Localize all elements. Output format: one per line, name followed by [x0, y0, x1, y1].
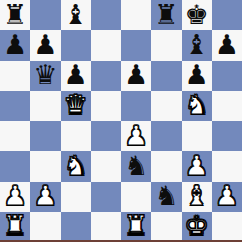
square-b4[interactable] [30, 121, 60, 151]
square-h7[interactable]: ♟ [212, 30, 242, 60]
square-e1[interactable]: ♜ [121, 212, 151, 242]
piece-black-pawn[interactable]: ♟ [64, 61, 88, 88]
square-a1[interactable]: ♜ [0, 212, 30, 242]
square-d6[interactable] [91, 61, 121, 91]
piece-black-bishop[interactable]: ♝ [64, 1, 88, 28]
piece-black-knight[interactable]: ♞ [124, 152, 148, 179]
square-c4[interactable] [61, 121, 91, 151]
square-g1[interactable]: ♚ [182, 212, 212, 242]
square-f4[interactable] [151, 121, 181, 151]
square-h2[interactable]: ♟ [212, 182, 242, 212]
piece-white-king[interactable]: ♚ [185, 212, 209, 239]
piece-black-pawn[interactable]: ♟ [124, 61, 148, 88]
piece-white-knight[interactable]: ♞ [185, 91, 209, 118]
square-b8[interactable] [30, 0, 60, 30]
square-c1[interactable] [61, 212, 91, 242]
piece-black-pawn[interactable]: ♟ [33, 31, 57, 58]
piece-white-pawn[interactable]: ♟ [3, 182, 27, 209]
square-a5[interactable] [0, 91, 30, 121]
square-d7[interactable] [91, 30, 121, 60]
square-h4[interactable] [212, 121, 242, 151]
square-a7[interactable]: ♟ [0, 30, 30, 60]
square-d8[interactable] [91, 0, 121, 30]
square-c5[interactable]: ♛ [61, 91, 91, 121]
square-c2[interactable] [61, 182, 91, 212]
piece-white-pawn[interactable]: ♟ [33, 182, 57, 209]
square-c7[interactable] [61, 30, 91, 60]
piece-white-knight[interactable]: ♞ [64, 152, 88, 179]
square-d4[interactable] [91, 121, 121, 151]
square-b6[interactable]: ♛ [30, 61, 60, 91]
piece-black-rook[interactable]: ♜ [154, 1, 178, 28]
square-d5[interactable] [91, 91, 121, 121]
square-g3[interactable]: ♟ [182, 151, 212, 181]
piece-black-rook[interactable]: ♜ [3, 1, 27, 28]
square-e7[interactable] [121, 30, 151, 60]
square-g4[interactable] [182, 121, 212, 151]
square-e5[interactable] [121, 91, 151, 121]
chess-board-wrap: ♜♝♜♚♟♟♝♟♛♟♟♟♛♞♟♞♞♟♟♟♞♝♟♜♜♚ [0, 0, 242, 242]
piece-white-rook[interactable]: ♜ [124, 212, 148, 239]
square-a8[interactable]: ♜ [0, 0, 30, 30]
square-e2[interactable] [121, 182, 151, 212]
piece-white-pawn[interactable]: ♟ [215, 182, 239, 209]
square-f8[interactable]: ♜ [151, 0, 181, 30]
square-d3[interactable] [91, 151, 121, 181]
square-a4[interactable] [0, 121, 30, 151]
square-d2[interactable] [91, 182, 121, 212]
square-e8[interactable] [121, 0, 151, 30]
square-h6[interactable] [212, 61, 242, 91]
piece-black-queen[interactable]: ♛ [33, 61, 57, 88]
chess-board: ♜♝♜♚♟♟♝♟♛♟♟♟♛♞♟♞♞♟♟♟♞♝♟♜♜♚ [0, 0, 242, 242]
piece-white-pawn[interactable]: ♟ [124, 122, 148, 149]
square-g7[interactable]: ♝ [182, 30, 212, 60]
square-c8[interactable]: ♝ [61, 0, 91, 30]
square-g8[interactable]: ♚ [182, 0, 212, 30]
square-e3[interactable]: ♞ [121, 151, 151, 181]
piece-black-pawn[interactable]: ♟ [185, 61, 209, 88]
piece-white-rook[interactable]: ♜ [3, 212, 27, 239]
square-a6[interactable] [0, 61, 30, 91]
square-h1[interactable] [212, 212, 242, 242]
square-h3[interactable] [212, 151, 242, 181]
piece-black-bishop[interactable]: ♝ [185, 31, 209, 58]
square-b3[interactable] [30, 151, 60, 181]
square-g2[interactable]: ♝ [182, 182, 212, 212]
piece-black-pawn[interactable]: ♟ [215, 31, 239, 58]
square-f2[interactable]: ♞ [151, 182, 181, 212]
square-e4[interactable]: ♟ [121, 121, 151, 151]
square-g6[interactable]: ♟ [182, 61, 212, 91]
square-e6[interactable]: ♟ [121, 61, 151, 91]
square-d1[interactable] [91, 212, 121, 242]
square-b2[interactable]: ♟ [30, 182, 60, 212]
piece-black-king[interactable]: ♚ [185, 1, 209, 28]
square-c3[interactable]: ♞ [61, 151, 91, 181]
square-c6[interactable]: ♟ [61, 61, 91, 91]
square-b5[interactable] [30, 91, 60, 121]
square-a2[interactable]: ♟ [0, 182, 30, 212]
square-f3[interactable] [151, 151, 181, 181]
square-b1[interactable] [30, 212, 60, 242]
square-f5[interactable] [151, 91, 181, 121]
square-f1[interactable] [151, 212, 181, 242]
square-h8[interactable] [212, 0, 242, 30]
square-f6[interactable] [151, 61, 181, 91]
piece-white-queen[interactable]: ♛ [64, 91, 88, 118]
square-f7[interactable] [151, 30, 181, 60]
square-h5[interactable] [212, 91, 242, 121]
piece-white-bishop[interactable]: ♝ [185, 182, 209, 209]
piece-black-knight[interactable]: ♞ [154, 182, 178, 209]
square-g5[interactable]: ♞ [182, 91, 212, 121]
piece-black-pawn[interactable]: ♟ [3, 31, 27, 58]
square-a3[interactable] [0, 151, 30, 181]
piece-white-pawn[interactable]: ♟ [185, 152, 209, 179]
square-b7[interactable]: ♟ [30, 30, 60, 60]
